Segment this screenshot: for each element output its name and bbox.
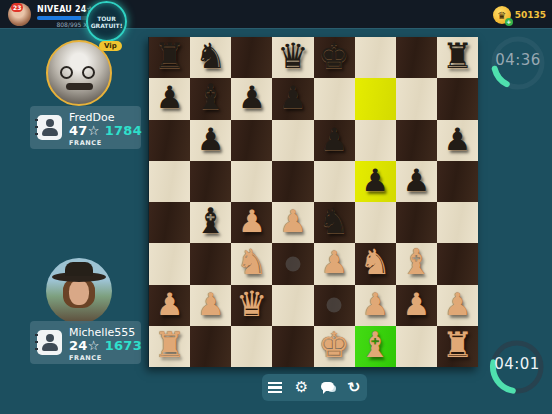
square-e5[interactable] [314,161,355,202]
square-d6[interactable] [272,120,313,161]
square-a7[interactable]: ♟ [149,78,190,119]
piece-black-pawn-g5[interactable]: ♟ [396,159,437,200]
piece-white-pawn-e3[interactable]: ♟ [314,241,355,282]
square-g3[interactable]: ♝ [396,243,437,284]
square-f7[interactable] [355,78,396,119]
square-f3[interactable]: ♞ [355,243,396,284]
piece-white-pawn-a2[interactable]: ♟ [149,283,190,324]
chess-board: ♜♞♛♚♜♟♝♟♟♟♟♟♟♟♝♟♟♞♞♟♞♝♟♟♛♟♟♟♜♚♝♜ [148,37,478,367]
piece-black-bishop-b4[interactable]: ♝ [190,200,231,241]
square-g5[interactable]: ♟ [396,161,437,202]
square-f2[interactable]: ♟ [355,285,396,326]
square-a2[interactable]: ♟ [149,285,190,326]
action-bar: ⚙ ↻ [262,374,367,401]
square-h5[interactable] [437,161,478,202]
opponent-stats: 47☆1784 [69,123,142,138]
square-b2[interactable]: ♟ [190,285,231,326]
square-g2[interactable]: ♟ [396,285,437,326]
square-b3[interactable] [190,243,231,284]
piece-white-rook-h1[interactable]: ♜ [437,324,478,365]
square-h1[interactable]: ♜ [437,326,478,367]
avatar-face [69,280,89,305]
piece-black-pawn-f5[interactable]: ♟ [355,159,396,200]
square-f5[interactable]: ♟ [355,161,396,202]
piece-black-pawn-b6[interactable]: ♟ [190,118,231,159]
wheel-label-line1: TOUR [97,15,116,22]
square-c6[interactable] [231,120,272,161]
square-h6[interactable]: ♟ [437,120,478,161]
opponent-clock: 04:36 [489,34,547,92]
square-d5[interactable] [272,161,313,202]
square-a3[interactable] [149,243,190,284]
avatar-glasses-right [82,66,95,79]
opponent-level: 47☆ [69,123,100,138]
square-g7[interactable] [396,78,437,119]
menu-icon[interactable] [268,382,282,393]
piece-black-bishop-b7[interactable]: ♝ [190,76,231,117]
player-card[interactable]: Michelle555 24☆1673 FRANCE [30,321,141,364]
piece-black-pawn-e6[interactable]: ♟ [314,118,355,159]
level-label: NIVEAU 24☆ [37,5,94,14]
piece-white-rook-a1[interactable]: ♜ [149,324,190,365]
contact-book-icon [37,115,62,140]
square-e3[interactable]: ♟ [314,243,355,284]
piece-black-knight-b8[interactable]: ♞ [190,35,231,76]
piece-white-pawn-g2[interactable]: ♟ [396,283,437,324]
xp-progress-fill [37,16,81,20]
flip-board-icon[interactable]: ↻ [346,379,362,397]
piece-black-pawn-d7[interactable]: ♟ [272,76,313,117]
avatar-hat-top [65,262,93,276]
square-c7[interactable]: ♟ [231,78,272,119]
opponent-country: FRANCE [69,139,102,147]
square-a1[interactable]: ♜ [149,326,190,367]
player-clock: 04:01 [488,338,546,396]
coins-widget[interactable]: ♛ + 50135 [493,6,546,24]
notification-badge: 23 [11,3,23,12]
coin-amount: 50135 [515,10,546,20]
square-d3[interactable] [272,243,313,284]
square-h2[interactable]: ♟ [437,285,478,326]
square-c3[interactable]: ♞ [231,243,272,284]
piece-black-pawn-c7[interactable]: ♟ [231,76,272,117]
square-f6[interactable] [355,120,396,161]
square-h3[interactable] [437,243,478,284]
square-a4[interactable] [149,202,190,243]
square-g4[interactable] [396,202,437,243]
square-b7[interactable]: ♝ [190,78,231,119]
top-bar: 23 NIVEAU 24☆ 808/995 XP ♛ + 50135 [0,0,552,29]
piece-black-knight-e4[interactable]: ♞ [314,200,355,241]
piece-white-king-e1[interactable]: ♚ [314,324,355,365]
vip-badge: Vip [99,41,122,51]
piece-white-pawn-d4[interactable]: ♟ [272,200,313,241]
square-c2[interactable]: ♛ [231,285,272,326]
square-d7[interactable]: ♟ [272,78,313,119]
piece-black-pawn-h6[interactable]: ♟ [437,118,478,159]
piece-white-bishop-f1[interactable]: ♝ [355,324,396,365]
square-e6[interactable]: ♟ [314,120,355,161]
coin-plus-icon: + [505,18,513,26]
player-stats: 24☆1673 [69,338,142,353]
piece-white-queen-c2[interactable]: ♛ [231,283,272,324]
piece-black-rook-a8[interactable]: ♜ [149,35,190,76]
opponent-card[interactable]: FredDoe 47☆1784 FRANCE [30,106,141,149]
square-g8[interactable] [396,37,437,78]
player-level: 24☆ [69,338,100,353]
piece-white-knight-f3[interactable]: ♞ [355,241,396,282]
player-rating: 1673 [105,338,142,353]
piece-white-knight-c3[interactable]: ♞ [231,241,272,282]
piece-black-king-e8[interactable]: ♚ [314,35,355,76]
square-e4[interactable]: ♞ [314,202,355,243]
piece-white-bishop-g3[interactable]: ♝ [396,241,437,282]
opponent-rating: 1784 [105,123,142,138]
xp-progress-bar [37,16,91,20]
move-hint-dot-e2[interactable] [327,298,342,313]
square-d1[interactable] [272,326,313,367]
free-spin-wheel-button[interactable]: TOUR GRATUIT! [86,1,127,42]
square-d2[interactable] [272,285,313,326]
move-hint-dot-d3[interactable] [285,256,300,271]
square-b1[interactable] [190,326,231,367]
square-e7[interactable] [314,78,355,119]
square-f8[interactable] [355,37,396,78]
opponent-time: 04:36 [489,51,547,69]
player-avatar[interactable] [46,258,112,324]
avatar-mustache [66,83,93,90]
piece-white-pawn-f2[interactable]: ♟ [355,283,396,324]
square-d8[interactable]: ♛ [272,37,313,78]
square-e8[interactable]: ♚ [314,37,355,78]
square-a6[interactable] [149,120,190,161]
square-a5[interactable] [149,161,190,202]
square-e1[interactable]: ♚ [314,326,355,367]
square-a8[interactable]: ♜ [149,37,190,78]
square-b6[interactable]: ♟ [190,120,231,161]
square-f4[interactable] [355,202,396,243]
piece-black-pawn-a7[interactable]: ♟ [149,76,190,117]
piece-black-rook-h8[interactable]: ♜ [437,35,478,76]
square-h8[interactable]: ♜ [437,37,478,78]
square-c5[interactable] [231,161,272,202]
square-g1[interactable] [396,326,437,367]
chat-icon[interactable] [321,382,336,393]
square-h4[interactable] [437,202,478,243]
square-f1[interactable]: ♝ [355,326,396,367]
square-c1[interactable] [231,326,272,367]
player-country: FRANCE [69,354,102,362]
square-b8[interactable]: ♞ [190,37,231,78]
gear-icon[interactable]: ⚙ [295,380,308,395]
square-d4[interactable]: ♟ [272,202,313,243]
coin-crown-icon: ♛ + [493,6,511,24]
xp-label: 808/995 XP [37,21,91,28]
piece-black-queen-d8[interactable]: ♛ [272,35,313,76]
wheel-label-line2: GRATUIT! [91,22,123,29]
square-g6[interactable] [396,120,437,161]
square-b5[interactable] [190,161,231,202]
user-avatar-mini[interactable]: 23 [8,3,31,26]
piece-white-pawn-c4[interactable]: ♟ [231,200,272,241]
piece-white-pawn-b2[interactable]: ♟ [190,283,231,324]
contact-book-icon [37,330,62,355]
piece-white-pawn-h2[interactable]: ♟ [437,283,478,324]
square-c8[interactable] [231,37,272,78]
player-time: 04:01 [488,355,546,373]
square-e2[interactable] [314,285,355,326]
square-h7[interactable] [437,78,478,119]
avatar-glasses-left [60,66,73,79]
square-c4[interactable]: ♟ [231,202,272,243]
square-b4[interactable]: ♝ [190,202,231,243]
